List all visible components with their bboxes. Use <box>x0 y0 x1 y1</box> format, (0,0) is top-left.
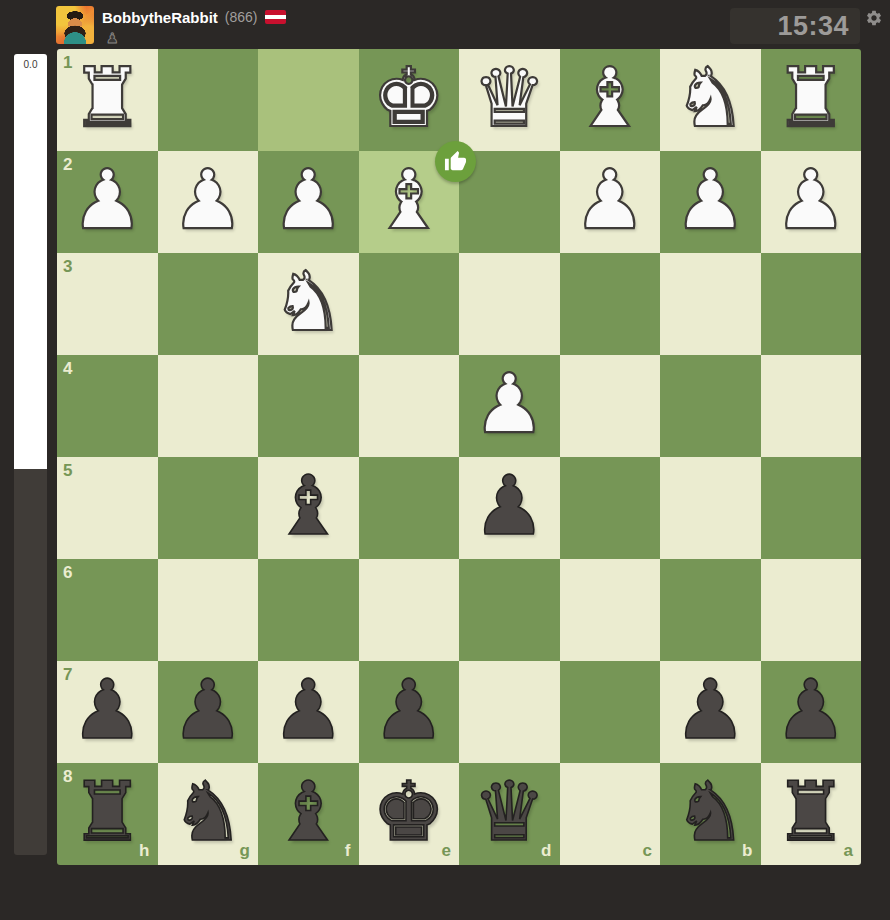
square-e8[interactable]: ♚e <box>359 763 460 865</box>
square-h6[interactable]: 6 <box>57 559 158 661</box>
square-h5[interactable]: 5 <box>57 457 158 559</box>
piece-black-knight[interactable]: ♞ <box>171 771 245 853</box>
square-d8[interactable]: ♛d <box>459 763 560 865</box>
square-e5[interactable] <box>359 457 460 559</box>
square-d4[interactable]: ♟ <box>459 355 560 457</box>
square-b1[interactable]: ♞ <box>660 49 761 151</box>
rank-label-5: 5 <box>63 462 72 479</box>
square-f2[interactable]: ♟ <box>258 151 359 253</box>
rank-label-3: 3 <box>63 258 72 275</box>
square-c6[interactable] <box>560 559 661 661</box>
piece-black-rook[interactable]: ♜ <box>70 771 144 853</box>
square-e3[interactable] <box>359 253 460 355</box>
piece-black-pawn[interactable]: ♟ <box>472 465 546 547</box>
rank-label-7: 7 <box>63 666 72 683</box>
top-captured-pieces: ♟ <box>102 29 286 45</box>
square-c7[interactable] <box>560 661 661 763</box>
square-f8[interactable]: ♝f <box>258 763 359 865</box>
piece-white-pawn[interactable]: ♟ <box>271 159 345 241</box>
piece-white-bishop[interactable]: ♝ <box>372 159 446 241</box>
rank-label-1: 1 <box>63 54 72 71</box>
square-c4[interactable] <box>560 355 661 457</box>
piece-black-bishop[interactable]: ♝ <box>271 465 345 547</box>
evaluation-score: 0.0 <box>14 59 47 70</box>
piece-black-bishop[interactable]: ♝ <box>271 771 345 853</box>
file-label-d: d <box>541 842 551 859</box>
square-g2[interactable]: ♟ <box>158 151 259 253</box>
file-label-e: e <box>442 842 451 859</box>
piece-white-queen[interactable]: ♛ <box>472 57 546 139</box>
square-h4[interactable]: 4 <box>57 355 158 457</box>
square-h1[interactable]: ♜1 <box>57 49 158 151</box>
file-label-b: b <box>742 842 752 859</box>
piece-black-pawn[interactable]: ♟ <box>171 669 245 751</box>
piece-white-rook[interactable]: ♜ <box>774 57 848 139</box>
square-b8[interactable]: ♞b <box>660 763 761 865</box>
evaluation-white-section <box>14 54 47 469</box>
square-c1[interactable]: ♝ <box>560 49 661 151</box>
piece-black-pawn[interactable]: ♟ <box>774 669 848 751</box>
square-g8[interactable]: ♞g <box>158 763 259 865</box>
square-g1[interactable] <box>158 49 259 151</box>
piece-white-knight[interactable]: ♞ <box>271 261 345 343</box>
piece-white-pawn[interactable]: ♟ <box>673 159 747 241</box>
square-e4[interactable] <box>359 355 460 457</box>
square-h7[interactable]: ♟7 <box>57 661 158 763</box>
square-e1[interactable]: ♚ <box>359 49 460 151</box>
square-b4[interactable] <box>660 355 761 457</box>
rank-label-6: 6 <box>63 564 72 581</box>
square-g5[interactable] <box>158 457 259 559</box>
top-player-bar: BobbytheRabbit (866) ♟ 15:34 <box>0 0 890 49</box>
piece-black-queen[interactable]: ♛ <box>472 771 546 853</box>
piece-black-pawn[interactable]: ♟ <box>70 669 144 751</box>
piece-black-king[interactable]: ♚ <box>372 771 446 853</box>
square-g4[interactable] <box>158 355 259 457</box>
piece-black-rook[interactable]: ♜ <box>774 771 848 853</box>
file-label-a: a <box>844 842 853 859</box>
square-f7[interactable]: ♟ <box>258 661 359 763</box>
square-d5[interactable]: ♟ <box>459 457 560 559</box>
piece-white-knight[interactable]: ♞ <box>673 57 747 139</box>
square-g3[interactable] <box>158 253 259 355</box>
square-d6[interactable] <box>459 559 560 661</box>
square-a2[interactable]: ♟ <box>761 151 862 253</box>
square-c3[interactable] <box>560 253 661 355</box>
top-player-clock: 15:34 <box>730 8 860 44</box>
piece-white-pawn[interactable]: ♟ <box>472 363 546 445</box>
piece-black-pawn[interactable]: ♟ <box>673 669 747 751</box>
file-label-c: c <box>643 842 652 859</box>
square-h2[interactable]: ♟2 <box>57 151 158 253</box>
square-a8[interactable]: ♜a <box>761 763 862 865</box>
top-player-name[interactable]: BobbytheRabbit <box>102 9 218 26</box>
austria-flag-icon <box>265 10 286 24</box>
rank-label-2: 2 <box>63 156 72 173</box>
square-e7[interactable]: ♟ <box>359 661 460 763</box>
square-d3[interactable] <box>459 253 560 355</box>
piece-white-pawn[interactable]: ♟ <box>171 159 245 241</box>
piece-white-king[interactable]: ♚ <box>372 57 446 139</box>
square-c8[interactable]: c <box>560 763 661 865</box>
file-label-h: h <box>139 842 149 859</box>
square-b6[interactable] <box>660 559 761 661</box>
rank-label-4: 4 <box>63 360 72 377</box>
square-a6[interactable] <box>761 559 862 661</box>
top-player-avatar[interactable] <box>56 6 94 44</box>
piece-white-pawn[interactable]: ♟ <box>573 159 647 241</box>
piece-black-knight[interactable]: ♞ <box>673 771 747 853</box>
square-g7[interactable]: ♟ <box>158 661 259 763</box>
captured-black-pawn-icon: ♟ <box>106 30 119 46</box>
piece-white-pawn[interactable]: ♟ <box>70 159 144 241</box>
evaluation-bar: 0.0 <box>14 54 47 855</box>
square-f4[interactable] <box>258 355 359 457</box>
square-f5[interactable]: ♝ <box>258 457 359 559</box>
piece-black-pawn[interactable]: ♟ <box>372 669 446 751</box>
square-b5[interactable] <box>660 457 761 559</box>
settings-gear-icon[interactable] <box>865 9 883 27</box>
square-b7[interactable]: ♟ <box>660 661 761 763</box>
square-a7[interactable]: ♟ <box>761 661 862 763</box>
rank-label-8: 8 <box>63 768 72 785</box>
square-c2[interactable]: ♟ <box>560 151 661 253</box>
bottom-player-bar: ♟ bansheebray44 (910) ♟ 15:21 <box>0 866 890 920</box>
piece-white-pawn[interactable]: ♟ <box>774 159 848 241</box>
square-a3[interactable] <box>761 253 862 355</box>
square-d7[interactable] <box>459 661 560 763</box>
piece-white-rook[interactable]: ♜ <box>70 57 144 139</box>
square-f3[interactable]: ♞ <box>258 253 359 355</box>
square-a4[interactable] <box>761 355 862 457</box>
square-e6[interactable] <box>359 559 460 661</box>
square-d1[interactable]: ♛ <box>459 49 560 151</box>
square-f1[interactable] <box>258 49 359 151</box>
square-a1[interactable]: ♜ <box>761 49 862 151</box>
square-a5[interactable] <box>761 457 862 559</box>
square-c5[interactable] <box>560 457 661 559</box>
piece-white-bishop[interactable]: ♝ <box>573 57 647 139</box>
square-h8[interactable]: ♜8h <box>57 763 158 865</box>
file-label-f: f <box>345 842 351 859</box>
file-label-g: g <box>240 842 250 859</box>
thumbs-up-icon <box>444 150 467 173</box>
square-h3[interactable]: 3 <box>57 253 158 355</box>
good-move-thumbs-up-badge <box>435 141 476 182</box>
square-b3[interactable] <box>660 253 761 355</box>
square-g6[interactable] <box>158 559 259 661</box>
square-f6[interactable] <box>258 559 359 661</box>
square-b2[interactable]: ♟ <box>660 151 761 253</box>
piece-black-pawn[interactable]: ♟ <box>271 669 345 751</box>
top-player-rating: (866) <box>225 9 258 25</box>
